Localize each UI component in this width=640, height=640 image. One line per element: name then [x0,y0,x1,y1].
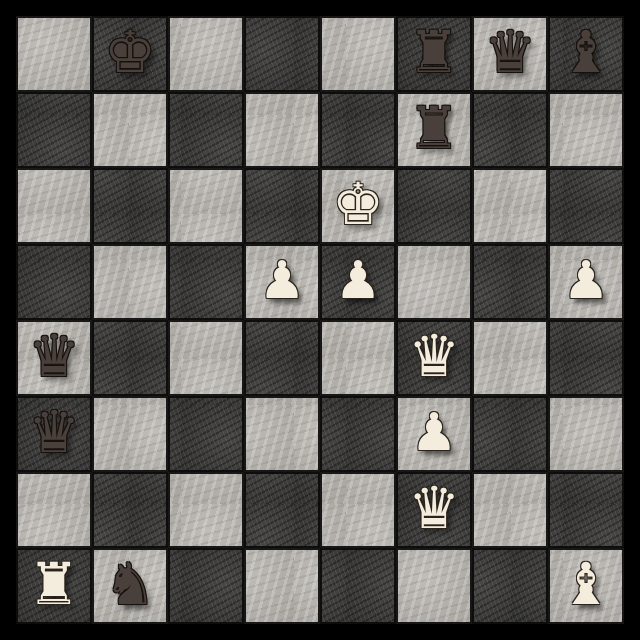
square-d4[interactable] [244,320,320,396]
square-c6[interactable] [168,168,244,244]
square-h6[interactable] [548,168,624,244]
piece-black-rook[interactable]: ♜ [408,99,460,157]
square-d2[interactable] [244,472,320,548]
square-g6[interactable] [472,168,548,244]
piece-white-pawn[interactable]: ♟ [411,406,458,458]
square-d1[interactable] [244,548,320,624]
square-e6[interactable]: ♚ [320,168,396,244]
square-g2[interactable] [472,472,548,548]
square-e5[interactable]: ♟ [320,244,396,320]
square-h2[interactable] [548,472,624,548]
square-a6[interactable] [16,168,92,244]
square-f3[interactable]: ♟ [396,396,472,472]
square-h5[interactable]: ♟ [548,244,624,320]
piece-white-rook[interactable]: ♜ [28,555,80,613]
piece-black-knight[interactable]: ♞ [104,555,156,613]
square-h8[interactable]: ♝ [548,16,624,92]
piece-white-bishop[interactable]: ♝ [560,555,612,613]
square-f7[interactable]: ♜ [396,92,472,168]
square-h3[interactable] [548,396,624,472]
piece-white-pawn[interactable]: ♟ [563,254,610,306]
square-a8[interactable] [16,16,92,92]
square-b8[interactable]: ♚ [92,16,168,92]
square-c5[interactable] [168,244,244,320]
square-c4[interactable] [168,320,244,396]
square-b6[interactable] [92,168,168,244]
square-b2[interactable] [92,472,168,548]
square-g5[interactable] [472,244,548,320]
square-f8[interactable]: ♜ [396,16,472,92]
square-e7[interactable] [320,92,396,168]
piece-black-queen[interactable]: ♛ [28,327,80,385]
square-h1[interactable]: ♝ [548,548,624,624]
square-a5[interactable] [16,244,92,320]
square-f1[interactable] [396,548,472,624]
piece-white-queen[interactable]: ♛ [408,479,460,537]
square-a4[interactable]: ♛ [16,320,92,396]
square-b3[interactable] [92,396,168,472]
square-h7[interactable] [548,92,624,168]
square-e4[interactable] [320,320,396,396]
square-a1[interactable]: ♜ [16,548,92,624]
piece-black-rook[interactable]: ♜ [408,23,460,81]
square-b5[interactable] [92,244,168,320]
square-e8[interactable] [320,16,396,92]
square-e3[interactable] [320,396,396,472]
square-d5[interactable]: ♟ [244,244,320,320]
piece-white-pawn[interactable]: ♟ [335,254,382,306]
square-g8[interactable]: ♛ [472,16,548,92]
piece-black-bishop[interactable]: ♝ [560,23,612,81]
square-g1[interactable] [472,548,548,624]
square-b1[interactable]: ♞ [92,548,168,624]
square-c8[interactable] [168,16,244,92]
square-e1[interactable] [320,548,396,624]
square-c1[interactable] [168,548,244,624]
square-f6[interactable] [396,168,472,244]
square-c2[interactable] [168,472,244,548]
square-f4[interactable]: ♛ [396,320,472,396]
square-a2[interactable] [16,472,92,548]
square-h4[interactable] [548,320,624,396]
square-b4[interactable] [92,320,168,396]
square-a3[interactable]: ♛ [16,396,92,472]
piece-black-queen[interactable]: ♛ [28,403,80,461]
square-g4[interactable] [472,320,548,396]
square-a7[interactable] [16,92,92,168]
square-g3[interactable] [472,396,548,472]
square-b7[interactable] [92,92,168,168]
square-d3[interactable] [244,396,320,472]
square-f2[interactable]: ♛ [396,472,472,548]
piece-white-pawn[interactable]: ♟ [259,254,306,306]
piece-white-king[interactable]: ♚ [332,175,384,233]
square-c7[interactable] [168,92,244,168]
square-g7[interactable] [472,92,548,168]
piece-black-king[interactable]: ♚ [104,23,156,81]
square-f5[interactable] [396,244,472,320]
square-d6[interactable] [244,168,320,244]
piece-white-queen[interactable]: ♛ [408,327,460,385]
square-e2[interactable] [320,472,396,548]
piece-black-queen[interactable]: ♛ [484,23,536,81]
square-d8[interactable] [244,16,320,92]
chess-board: ♚♜♛♝♜♚♟♟♟♛♛♛♟♛♜♞♝ [16,16,624,624]
board-frame: ♚♜♛♝♜♚♟♟♟♛♛♛♟♛♜♞♝ [0,0,640,640]
square-c3[interactable] [168,396,244,472]
square-d7[interactable] [244,92,320,168]
